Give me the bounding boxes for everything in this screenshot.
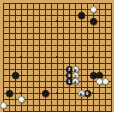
hoshi-point	[56, 56, 58, 58]
hoshi-point	[56, 92, 58, 94]
go-diagram: 78321456	[0, 0, 114, 114]
hoshi-point	[20, 20, 22, 22]
white-stone-move-6[interactable]: 6	[78, 90, 85, 97]
hoshi-point	[20, 92, 22, 94]
hoshi-point	[20, 56, 22, 58]
black-stone[interactable]	[78, 12, 85, 19]
hoshi-point	[56, 20, 58, 22]
black-stone[interactable]	[12, 72, 19, 79]
black-stone-move-5[interactable]: 5	[84, 90, 91, 97]
white-stone[interactable]	[0, 102, 7, 109]
white-stone-move-4[interactable]: 4	[72, 78, 79, 85]
go-board[interactable]: 78321456	[0, 0, 114, 112]
hoshi-point	[92, 56, 94, 58]
black-stone[interactable]	[42, 90, 49, 97]
hoshi-point	[92, 92, 94, 94]
board-grid: 78321456	[0, 0, 114, 114]
black-stone[interactable]	[90, 18, 97, 25]
white-stone[interactable]	[18, 96, 25, 103]
white-stone[interactable]	[90, 6, 97, 13]
black-stone[interactable]	[6, 90, 13, 97]
white-stone[interactable]	[102, 78, 109, 85]
